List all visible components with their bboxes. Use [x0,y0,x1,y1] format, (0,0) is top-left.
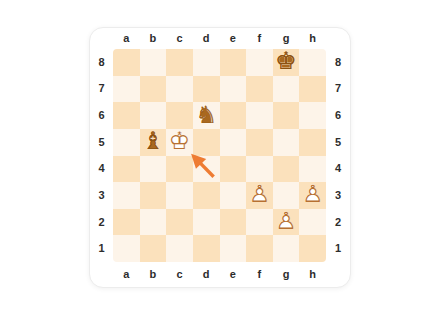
rank-label-5-right: 5 [326,129,350,156]
rank-label-4-left: 4 [90,156,113,183]
file-label-f-bottom: f [246,269,273,280]
rank-label-6-right: 6 [326,102,350,129]
square-b2[interactable] [140,209,167,236]
square-a4[interactable] [113,156,140,183]
square-a8[interactable] [113,49,140,76]
square-h6[interactable] [299,102,326,129]
square-a2[interactable] [113,209,140,236]
black-king-g8[interactable]: ♚♔ [273,49,300,76]
square-b6[interactable] [140,102,167,129]
square-e2[interactable] [220,209,247,236]
square-f7[interactable] [246,76,273,103]
page-background: abcdefgh 87654321 ♚♔♞♘♝♗♚♔♟♙♟♙♟♙ 8765432… [0,0,440,315]
square-f2[interactable] [246,209,273,236]
rank-labels-right: 87654321 [326,49,350,262]
black-knight-d6[interactable]: ♞♘ [193,102,220,129]
white-pawn-g2[interactable]: ♟♙ [273,209,300,236]
square-g8[interactable]: ♚♔ [273,49,300,76]
white-pawn-h3[interactable]: ♟♙ [299,182,326,209]
square-a6[interactable] [113,102,140,129]
square-a3[interactable] [113,182,140,209]
board-squares: ♚♔♞♘♝♗♚♔♟♙♟♙♟♙ [113,49,326,262]
file-label-g-bottom: g [273,269,300,280]
square-g3[interactable] [273,182,300,209]
rank-label-2-right: 2 [326,209,350,236]
square-g6[interactable] [273,102,300,129]
square-f6[interactable] [246,102,273,129]
rank-label-7-right: 7 [326,76,350,103]
rank-label-3-left: 3 [90,182,113,209]
file-label-b-top: b [140,33,167,44]
white-king-c5[interactable]: ♚♔ [166,129,193,156]
square-f5[interactable] [246,129,273,156]
square-h1[interactable] [299,235,326,262]
rank-label-3-right: 3 [326,182,350,209]
square-e4[interactable] [220,156,247,183]
file-labels-top: abcdefgh [113,28,326,49]
square-c8[interactable] [166,49,193,76]
white-pawn-f3[interactable]: ♟♙ [246,182,273,209]
square-f8[interactable] [246,49,273,76]
rank-label-1-left: 1 [90,235,113,262]
square-b5[interactable]: ♝♗ [140,129,167,156]
square-h8[interactable] [299,49,326,76]
square-f4[interactable] [246,156,273,183]
square-e6[interactable] [220,102,247,129]
rank-labels-left: 87654321 [90,49,113,262]
square-h7[interactable] [299,76,326,103]
square-f3[interactable]: ♟♙ [246,182,273,209]
square-c5[interactable]: ♚♔ [166,129,193,156]
file-label-e-top: e [220,33,247,44]
square-e8[interactable] [220,49,247,76]
square-a1[interactable] [113,235,140,262]
file-label-b-bottom: b [140,269,167,280]
file-label-h-top: h [299,33,326,44]
square-c4[interactable] [166,156,193,183]
square-h4[interactable] [299,156,326,183]
square-e5[interactable] [220,129,247,156]
square-b7[interactable] [140,76,167,103]
square-g2[interactable]: ♟♙ [273,209,300,236]
rank-label-7-left: 7 [90,76,113,103]
square-d6[interactable]: ♞♘ [193,102,220,129]
file-labels-bottom: abcdefgh [113,262,326,287]
square-g4[interactable] [273,156,300,183]
file-label-d-top: d [193,33,220,44]
square-h5[interactable] [299,129,326,156]
square-c1[interactable] [166,235,193,262]
square-b8[interactable] [140,49,167,76]
square-d2[interactable] [193,209,220,236]
black-bishop-b5[interactable]: ♝♗ [140,129,167,156]
file-label-g-top: g [273,33,300,44]
square-c7[interactable] [166,76,193,103]
rank-label-2-left: 2 [90,209,113,236]
file-label-c-top: c [166,33,193,44]
rank-label-6-left: 6 [90,102,113,129]
rank-label-5-left: 5 [90,129,113,156]
square-g7[interactable] [273,76,300,103]
square-a7[interactable] [113,76,140,103]
file-label-a-bottom: a [113,269,140,280]
rank-label-1-right: 1 [326,235,350,262]
square-d7[interactable] [193,76,220,103]
square-b3[interactable] [140,182,167,209]
square-d1[interactable] [193,235,220,262]
square-g5[interactable] [273,129,300,156]
square-h2[interactable] [299,209,326,236]
square-d4[interactable] [193,156,220,183]
square-c3[interactable] [166,182,193,209]
square-a5[interactable] [113,129,140,156]
square-h3[interactable]: ♟♙ [299,182,326,209]
square-c2[interactable] [166,209,193,236]
square-d5[interactable] [193,129,220,156]
file-label-h-bottom: h [299,269,326,280]
square-e1[interactable] [220,235,247,262]
square-b4[interactable] [140,156,167,183]
rank-label-8-left: 8 [90,49,113,76]
square-b1[interactable] [140,235,167,262]
file-label-d-bottom: d [193,269,220,280]
square-c6[interactable] [166,102,193,129]
chessboard: ♚♔♞♘♝♗♚♔♟♙♟♙♟♙ [113,49,326,262]
square-d8[interactable] [193,49,220,76]
square-g1[interactable] [273,235,300,262]
square-e3[interactable] [220,182,247,209]
rank-label-8-right: 8 [326,49,350,76]
rank-label-4-right: 4 [326,156,350,183]
chessboard-card: abcdefgh 87654321 ♚♔♞♘♝♗♚♔♟♙♟♙♟♙ 8765432… [89,27,351,288]
file-label-f-top: f [246,33,273,44]
file-label-c-bottom: c [166,269,193,280]
file-label-e-bottom: e [220,269,247,280]
file-label-a-top: a [113,33,140,44]
square-f1[interactable] [246,235,273,262]
square-d3[interactable] [193,182,220,209]
square-e7[interactable] [220,76,247,103]
